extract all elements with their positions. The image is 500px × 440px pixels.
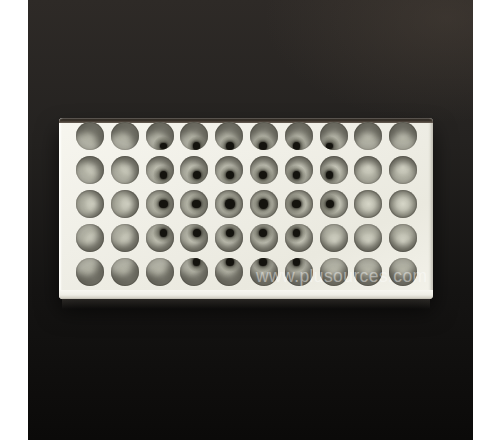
through-hole xyxy=(259,258,267,266)
rack-well xyxy=(320,224,348,252)
rack-reflection xyxy=(62,299,430,309)
rack-well xyxy=(146,224,174,252)
rack-well xyxy=(76,224,104,252)
white-border-left xyxy=(0,0,28,440)
through-hole xyxy=(225,199,234,208)
rack-well xyxy=(389,122,417,150)
through-hole xyxy=(193,142,200,149)
through-hole xyxy=(160,171,167,178)
rack-well xyxy=(76,122,104,150)
rack-well xyxy=(215,224,243,252)
rack-well xyxy=(285,156,313,184)
rack-well xyxy=(320,156,348,184)
rack-well xyxy=(111,190,139,218)
rack-well xyxy=(250,224,278,252)
rack-well xyxy=(285,190,313,218)
through-hole xyxy=(259,199,268,208)
rack-well xyxy=(111,258,139,286)
watermark-text: www.plusources.com xyxy=(256,266,436,287)
rack-well xyxy=(320,190,348,218)
photo-background: www.plusources.com xyxy=(28,0,473,440)
through-hole xyxy=(226,258,234,266)
through-hole xyxy=(160,229,167,236)
rack-well xyxy=(111,122,139,150)
rack-well xyxy=(215,190,243,218)
through-hole xyxy=(326,171,333,178)
rack-well xyxy=(354,156,382,184)
through-hole xyxy=(293,258,300,265)
through-hole xyxy=(326,200,334,208)
rack-well xyxy=(146,156,174,184)
rack-well xyxy=(180,156,208,184)
rack-well xyxy=(111,224,139,252)
rack-well xyxy=(111,156,139,184)
rack-well xyxy=(215,258,243,286)
photo-frame: www.plusources.com xyxy=(0,0,500,440)
rack-well xyxy=(354,122,382,150)
rack-well xyxy=(76,190,104,218)
through-hole xyxy=(193,171,201,179)
rack-well xyxy=(146,258,174,286)
rack-well xyxy=(285,224,313,252)
rack-well xyxy=(215,156,243,184)
rack-well xyxy=(180,258,208,286)
rack-well xyxy=(389,224,417,252)
rack-well xyxy=(250,122,278,150)
rack-well xyxy=(180,122,208,150)
rack-well xyxy=(250,190,278,218)
through-hole xyxy=(292,200,301,209)
rack-well xyxy=(180,190,208,218)
rack-well xyxy=(389,156,417,184)
rack-well xyxy=(354,224,382,252)
through-hole xyxy=(193,229,201,237)
rack-front-edge xyxy=(59,290,433,299)
rack-well xyxy=(76,156,104,184)
white-border-right xyxy=(473,0,500,440)
rack-well xyxy=(215,122,243,150)
rack-well xyxy=(180,224,208,252)
through-hole xyxy=(159,200,167,208)
rack-well xyxy=(354,190,382,218)
rack-well xyxy=(285,122,313,150)
rack-well xyxy=(146,190,174,218)
through-hole xyxy=(293,142,300,149)
rack-well xyxy=(76,258,104,286)
through-hole xyxy=(226,142,234,150)
rack-well xyxy=(146,122,174,150)
rack-well xyxy=(250,156,278,184)
through-hole xyxy=(160,143,167,150)
through-hole xyxy=(193,258,200,265)
through-hole xyxy=(259,142,267,150)
rack-well xyxy=(389,190,417,218)
rack-well xyxy=(320,122,348,150)
